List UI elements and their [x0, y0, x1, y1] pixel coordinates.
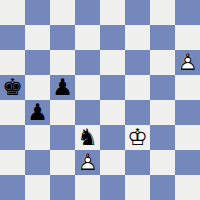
- square-a8[interactable]: [0, 0, 25, 25]
- square-f1[interactable]: [125, 175, 150, 200]
- square-f4[interactable]: [125, 100, 150, 125]
- square-a2[interactable]: [0, 150, 25, 175]
- white-pawn-outline-glyph: ♙: [75, 150, 100, 175]
- square-a1[interactable]: [0, 175, 25, 200]
- square-d6[interactable]: [75, 50, 100, 75]
- square-h4[interactable]: [175, 100, 200, 125]
- square-e5[interactable]: [100, 75, 125, 100]
- square-g7[interactable]: [150, 25, 175, 50]
- square-b8[interactable]: [25, 0, 50, 25]
- square-b2[interactable]: [25, 150, 50, 175]
- square-d3[interactable]: ♞: [75, 125, 100, 150]
- square-d4[interactable]: [75, 100, 100, 125]
- piece-white-king[interactable]: ♚♔: [125, 125, 150, 150]
- square-e8[interactable]: [100, 0, 125, 25]
- white-pawn-fill-glyph: ♟: [75, 150, 100, 175]
- square-c6[interactable]: [50, 50, 75, 75]
- square-h1[interactable]: [175, 175, 200, 200]
- piece-white-pawn[interactable]: ♟♙: [175, 50, 200, 75]
- square-e7[interactable]: [100, 25, 125, 50]
- square-f8[interactable]: [125, 0, 150, 25]
- square-a3[interactable]: [0, 125, 25, 150]
- square-a4[interactable]: [0, 100, 25, 125]
- square-g5[interactable]: [150, 75, 175, 100]
- square-d5[interactable]: [75, 75, 100, 100]
- square-g1[interactable]: [150, 175, 175, 200]
- square-c7[interactable]: [50, 25, 75, 50]
- square-a7[interactable]: [0, 25, 25, 50]
- square-e3[interactable]: [100, 125, 125, 150]
- square-c5[interactable]: ♟: [50, 75, 75, 100]
- black-knight-glyph: ♞: [75, 125, 100, 150]
- square-h5[interactable]: [175, 75, 200, 100]
- square-g6[interactable]: [150, 50, 175, 75]
- square-g8[interactable]: [150, 0, 175, 25]
- black-pawn-glyph: ♟: [25, 100, 50, 125]
- square-e1[interactable]: [100, 175, 125, 200]
- square-b4[interactable]: ♟: [25, 100, 50, 125]
- square-e6[interactable]: [100, 50, 125, 75]
- white-king-fill-glyph: ♚: [125, 125, 150, 150]
- square-a6[interactable]: [0, 50, 25, 75]
- square-h8[interactable]: [175, 0, 200, 25]
- white-pawn-fill-glyph: ♟: [175, 50, 200, 75]
- square-c4[interactable]: [50, 100, 75, 125]
- square-c1[interactable]: [50, 175, 75, 200]
- square-b7[interactable]: [25, 25, 50, 50]
- piece-black-pawn[interactable]: ♟: [25, 100, 50, 125]
- square-h7[interactable]: [175, 25, 200, 50]
- square-d8[interactable]: [75, 0, 100, 25]
- chess-board: ♟♙♚♟♟♞♚♔♟♙: [0, 0, 200, 200]
- square-a5[interactable]: ♚: [0, 75, 25, 100]
- white-pawn-outline-glyph: ♙: [175, 50, 200, 75]
- square-f5[interactable]: [125, 75, 150, 100]
- square-h6[interactable]: ♟♙: [175, 50, 200, 75]
- square-d7[interactable]: [75, 25, 100, 50]
- square-c2[interactable]: [50, 150, 75, 175]
- square-f3[interactable]: ♚♔: [125, 125, 150, 150]
- piece-black-king[interactable]: ♚: [0, 75, 25, 100]
- square-b6[interactable]: [25, 50, 50, 75]
- square-c8[interactable]: [50, 0, 75, 25]
- piece-black-pawn[interactable]: ♟: [50, 75, 75, 100]
- square-h2[interactable]: [175, 150, 200, 175]
- square-f6[interactable]: [125, 50, 150, 75]
- black-king-glyph: ♚: [0, 75, 25, 100]
- square-e2[interactable]: [100, 150, 125, 175]
- square-g4[interactable]: [150, 100, 175, 125]
- piece-black-knight[interactable]: ♞: [75, 125, 100, 150]
- square-g2[interactable]: [150, 150, 175, 175]
- black-pawn-glyph: ♟: [50, 75, 75, 100]
- white-king-outline-glyph: ♔: [125, 125, 150, 150]
- square-d1[interactable]: [75, 175, 100, 200]
- square-b1[interactable]: [25, 175, 50, 200]
- piece-white-pawn[interactable]: ♟♙: [75, 150, 100, 175]
- square-b5[interactable]: [25, 75, 50, 100]
- square-e4[interactable]: [100, 100, 125, 125]
- square-c3[interactable]: [50, 125, 75, 150]
- square-b3[interactable]: [25, 125, 50, 150]
- square-g3[interactable]: [150, 125, 175, 150]
- square-f2[interactable]: [125, 150, 150, 175]
- square-d2[interactable]: ♟♙: [75, 150, 100, 175]
- square-h3[interactable]: [175, 125, 200, 150]
- square-f7[interactable]: [125, 25, 150, 50]
